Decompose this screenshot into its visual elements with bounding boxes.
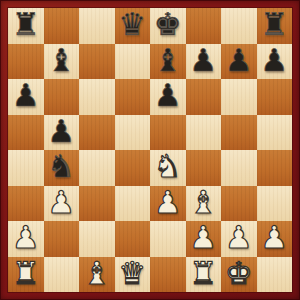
square-a3[interactable] xyxy=(8,186,44,222)
square-b7[interactable]: ♝ xyxy=(44,44,80,80)
black-pawn-piece: ♟ xyxy=(260,45,288,76)
square-f1[interactable]: ♜ xyxy=(186,257,222,293)
square-e7[interactable]: ♝ xyxy=(150,44,186,80)
square-a6[interactable]: ♟ xyxy=(8,79,44,115)
square-d2[interactable] xyxy=(115,221,151,257)
black-pawn-piece: ♟ xyxy=(189,45,217,76)
square-f4[interactable] xyxy=(186,150,222,186)
square-b1[interactable] xyxy=(44,257,80,293)
square-a7[interactable] xyxy=(8,44,44,80)
square-d4[interactable] xyxy=(115,150,151,186)
square-f5[interactable] xyxy=(186,115,222,151)
square-c7[interactable] xyxy=(79,44,115,80)
square-g6[interactable] xyxy=(221,79,257,115)
white-queen-piece: ♛ xyxy=(118,258,146,289)
square-d7[interactable] xyxy=(115,44,151,80)
black-bishop-piece: ♝ xyxy=(154,45,182,76)
white-pawn-piece: ♟ xyxy=(47,187,75,218)
white-pawn-piece: ♟ xyxy=(154,187,182,218)
square-c4[interactable] xyxy=(79,150,115,186)
white-pawn-piece: ♟ xyxy=(189,222,217,253)
square-g3[interactable] xyxy=(221,186,257,222)
square-b6[interactable] xyxy=(44,79,80,115)
square-e3[interactable]: ♟ xyxy=(150,186,186,222)
square-h6[interactable] xyxy=(257,79,293,115)
black-pawn-piece: ♟ xyxy=(47,116,75,147)
square-e8[interactable]: ♚ xyxy=(150,8,186,44)
white-bishop-piece: ♝ xyxy=(83,258,111,289)
square-e1[interactable] xyxy=(150,257,186,293)
white-pawn-piece: ♟ xyxy=(12,222,40,253)
white-rook-piece: ♜ xyxy=(189,258,217,289)
square-h4[interactable] xyxy=(257,150,293,186)
square-h2[interactable]: ♟ xyxy=(257,221,293,257)
square-b8[interactable] xyxy=(44,8,80,44)
square-a1[interactable]: ♜ xyxy=(8,257,44,293)
square-h7[interactable]: ♟ xyxy=(257,44,293,80)
square-b4[interactable]: ♞ xyxy=(44,150,80,186)
square-a2[interactable]: ♟ xyxy=(8,221,44,257)
square-g8[interactable] xyxy=(221,8,257,44)
square-g2[interactable]: ♟ xyxy=(221,221,257,257)
black-pawn-piece: ♟ xyxy=(154,80,182,111)
square-e5[interactable] xyxy=(150,115,186,151)
square-a5[interactable] xyxy=(8,115,44,151)
black-rook-piece: ♜ xyxy=(260,9,288,40)
square-g1[interactable]: ♚ xyxy=(221,257,257,293)
square-f7[interactable]: ♟ xyxy=(186,44,222,80)
black-rook-piece: ♜ xyxy=(12,9,40,40)
square-c6[interactable] xyxy=(79,79,115,115)
square-e2[interactable] xyxy=(150,221,186,257)
square-g7[interactable]: ♟ xyxy=(221,44,257,80)
square-d5[interactable] xyxy=(115,115,151,151)
square-g5[interactable] xyxy=(221,115,257,151)
square-h3[interactable] xyxy=(257,186,293,222)
square-f8[interactable] xyxy=(186,8,222,44)
square-b5[interactable]: ♟ xyxy=(44,115,80,151)
black-knight-piece: ♞ xyxy=(47,151,75,182)
square-b2[interactable] xyxy=(44,221,80,257)
square-e4[interactable]: ♞ xyxy=(150,150,186,186)
white-king-piece: ♚ xyxy=(225,258,253,289)
square-b3[interactable]: ♟ xyxy=(44,186,80,222)
square-f2[interactable]: ♟ xyxy=(186,221,222,257)
square-c1[interactable]: ♝ xyxy=(79,257,115,293)
white-bishop-piece: ♝ xyxy=(189,187,217,218)
square-a4[interactable] xyxy=(8,150,44,186)
square-h1[interactable] xyxy=(257,257,293,293)
square-d6[interactable] xyxy=(115,79,151,115)
white-knight-piece: ♞ xyxy=(154,151,182,182)
square-e6[interactable]: ♟ xyxy=(150,79,186,115)
black-pawn-piece: ♟ xyxy=(225,45,253,76)
black-pawn-piece: ♟ xyxy=(12,80,40,111)
square-c3[interactable] xyxy=(79,186,115,222)
square-c2[interactable] xyxy=(79,221,115,257)
square-d8[interactable]: ♛ xyxy=(115,8,151,44)
square-a8[interactable]: ♜ xyxy=(8,8,44,44)
square-c5[interactable] xyxy=(79,115,115,151)
black-queen-piece: ♛ xyxy=(118,9,146,40)
white-rook-piece: ♜ xyxy=(12,258,40,289)
chess-board: ♜♛♚♜♝♝♟♟♟♟♟♟♞♞♟♟♝♟♟♟♟♜♝♛♜♚ xyxy=(8,8,292,292)
white-pawn-piece: ♟ xyxy=(225,222,253,253)
white-pawn-piece: ♟ xyxy=(260,222,288,253)
black-bishop-piece: ♝ xyxy=(47,45,75,76)
chess-board-frame: ♜♛♚♜♝♝♟♟♟♟♟♟♞♞♟♟♝♟♟♟♟♜♝♛♜♚ xyxy=(0,0,300,300)
square-f6[interactable] xyxy=(186,79,222,115)
square-d3[interactable] xyxy=(115,186,151,222)
square-h5[interactable] xyxy=(257,115,293,151)
square-f3[interactable]: ♝ xyxy=(186,186,222,222)
square-h8[interactable]: ♜ xyxy=(257,8,293,44)
black-king-piece: ♚ xyxy=(154,9,182,40)
square-d1[interactable]: ♛ xyxy=(115,257,151,293)
square-c8[interactable] xyxy=(79,8,115,44)
square-g4[interactable] xyxy=(221,150,257,186)
